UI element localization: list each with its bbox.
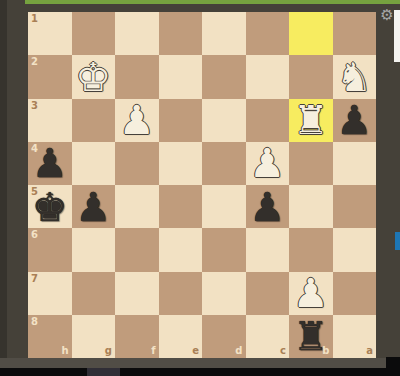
square-f6[interactable]: [115, 228, 159, 271]
file-label-e: e: [192, 346, 199, 356]
top-accent-bar: [25, 0, 400, 4]
square-d4[interactable]: [202, 142, 246, 185]
app-window: 12♚♞3♟♜♟4♟♟5♚♟♟67♟8hgfedcb♜a ⚙: [0, 0, 400, 376]
bottom-status-strip: [0, 358, 386, 368]
square-c4[interactable]: ♟: [246, 142, 290, 185]
square-d8[interactable]: d: [202, 315, 246, 358]
square-b8[interactable]: b♜: [289, 315, 333, 358]
white-rook[interactable]: ♜: [293, 100, 329, 140]
square-b5[interactable]: [289, 185, 333, 228]
square-f3[interactable]: ♟: [115, 99, 159, 142]
square-e6[interactable]: [159, 228, 203, 271]
square-a5[interactable]: [333, 185, 377, 228]
square-g5[interactable]: ♟: [72, 185, 116, 228]
square-g7[interactable]: [72, 272, 116, 315]
square-c6[interactable]: [246, 228, 290, 271]
square-h7[interactable]: 7: [28, 272, 72, 315]
square-e3[interactable]: [159, 99, 203, 142]
square-a8[interactable]: a: [333, 315, 377, 358]
square-a4[interactable]: [333, 142, 377, 185]
square-g2[interactable]: ♚: [72, 55, 116, 98]
square-a3[interactable]: ♟: [333, 99, 377, 142]
rank-label-5: 5: [31, 187, 38, 197]
file-label-c: c: [280, 346, 286, 356]
square-c1[interactable]: [246, 12, 290, 55]
file-label-g: g: [105, 346, 112, 356]
square-d3[interactable]: [202, 99, 246, 142]
square-f5[interactable]: [115, 185, 159, 228]
square-g8[interactable]: g: [72, 315, 116, 358]
square-h2[interactable]: 2: [28, 55, 72, 98]
square-a1[interactable]: [333, 12, 377, 55]
rank-label-7: 7: [31, 274, 38, 284]
square-c8[interactable]: c: [246, 315, 290, 358]
rank-label-1: 1: [31, 14, 38, 24]
square-e4[interactable]: [159, 142, 203, 185]
square-h5[interactable]: 5♚: [28, 185, 72, 228]
square-d6[interactable]: [202, 228, 246, 271]
taskbar-item[interactable]: [87, 368, 120, 376]
square-a2[interactable]: ♞: [333, 55, 377, 98]
square-b2[interactable]: [289, 55, 333, 98]
square-h4[interactable]: 4♟: [28, 142, 72, 185]
scrollbar-thumb[interactable]: [395, 232, 400, 250]
square-d5[interactable]: [202, 185, 246, 228]
white-pawn[interactable]: ♟: [119, 100, 155, 140]
left-edge-strip: [0, 0, 7, 358]
square-f4[interactable]: [115, 142, 159, 185]
square-h1[interactable]: 1: [28, 12, 72, 55]
square-g1[interactable]: [72, 12, 116, 55]
black-pawn[interactable]: ♟: [249, 187, 285, 227]
square-f8[interactable]: f: [115, 315, 159, 358]
rank-label-8: 8: [31, 317, 38, 327]
square-c7[interactable]: [246, 272, 290, 315]
square-e1[interactable]: [159, 12, 203, 55]
square-f7[interactable]: [115, 272, 159, 315]
square-h6[interactable]: 6: [28, 228, 72, 271]
white-pawn[interactable]: ♟: [249, 143, 285, 183]
square-d1[interactable]: [202, 12, 246, 55]
square-g6[interactable]: [72, 228, 116, 271]
file-label-f: f: [151, 346, 155, 356]
square-c3[interactable]: [246, 99, 290, 142]
square-f1[interactable]: [115, 12, 159, 55]
square-c5[interactable]: ♟: [246, 185, 290, 228]
file-label-a: a: [366, 346, 373, 356]
square-h8[interactable]: 8h: [28, 315, 72, 358]
square-a6[interactable]: [333, 228, 377, 271]
square-b4[interactable]: [289, 142, 333, 185]
square-b6[interactable]: [289, 228, 333, 271]
file-label-h: h: [61, 346, 68, 356]
rank-label-6: 6: [31, 230, 38, 240]
square-e8[interactable]: e: [159, 315, 203, 358]
scrollbar-track: [394, 10, 400, 62]
square-d2[interactable]: [202, 55, 246, 98]
square-g3[interactable]: [72, 99, 116, 142]
square-b1[interactable]: [289, 12, 333, 55]
rank-label-3: 3: [31, 101, 38, 111]
square-h3[interactable]: 3: [28, 99, 72, 142]
black-pawn[interactable]: ♟: [336, 100, 372, 140]
chess-board: 12♚♞3♟♜♟4♟♟5♚♟♟67♟8hgfedcb♜a: [28, 12, 376, 358]
rank-label-4: 4: [31, 144, 38, 154]
square-c2[interactable]: [246, 55, 290, 98]
square-b3[interactable]: ♜: [289, 99, 333, 142]
white-knight[interactable]: ♞: [336, 57, 372, 97]
square-g4[interactable]: [72, 142, 116, 185]
file-label-b: b: [322, 346, 329, 356]
taskbar: [0, 368, 400, 376]
rank-label-2: 2: [31, 57, 38, 67]
file-label-d: d: [235, 346, 242, 356]
black-pawn[interactable]: ♟: [75, 187, 111, 227]
square-e5[interactable]: [159, 185, 203, 228]
square-a7[interactable]: [333, 272, 377, 315]
square-e7[interactable]: [159, 272, 203, 315]
white-king[interactable]: ♚: [75, 57, 111, 97]
white-pawn[interactable]: ♟: [293, 273, 329, 313]
square-f2[interactable]: [115, 55, 159, 98]
square-e2[interactable]: [159, 55, 203, 98]
square-b7[interactable]: ♟: [289, 272, 333, 315]
square-d7[interactable]: [202, 272, 246, 315]
